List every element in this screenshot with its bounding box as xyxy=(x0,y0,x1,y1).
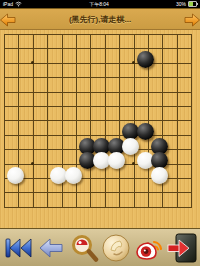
move-prompt: (黑先行),请走棋... xyxy=(0,9,200,29)
status-bar: iPad 下午8:04 30% xyxy=(0,0,200,8)
skip-back-icon xyxy=(4,235,32,261)
undo-arrow-icon xyxy=(38,237,64,259)
stone-black xyxy=(137,51,154,68)
carrier-label: iPad xyxy=(3,0,13,8)
battery-icon xyxy=(188,1,197,7)
header-bar: (黑先行),请走棋... xyxy=(0,8,200,30)
stone-white xyxy=(122,138,139,155)
stone-black xyxy=(137,123,154,140)
go-board[interactable] xyxy=(0,30,200,228)
weibo-icon xyxy=(134,234,164,262)
undo-move-button[interactable] xyxy=(36,232,66,264)
wifi-icon xyxy=(15,1,22,7)
clock-label: 下午8:04 xyxy=(89,0,109,8)
share-weibo-button[interactable] xyxy=(134,232,164,264)
stone-white xyxy=(151,167,168,184)
exit-button[interactable] xyxy=(167,232,197,264)
search-review-button[interactable] xyxy=(69,232,99,264)
nav-right-arrow-icon[interactable] xyxy=(184,13,200,27)
battery-percent-label: 30% xyxy=(176,0,186,8)
magnifier-icon xyxy=(69,233,99,263)
board-grid[interactable] xyxy=(4,34,192,208)
exit-door-icon xyxy=(167,233,197,263)
gold-ball-icon xyxy=(102,234,130,262)
stone-white xyxy=(65,167,82,184)
stone-white xyxy=(108,152,125,169)
stone-white xyxy=(7,167,24,184)
bottom-toolbar xyxy=(0,228,200,266)
skip-to-start-button[interactable] xyxy=(3,232,33,264)
hint-button[interactable] xyxy=(101,232,131,264)
